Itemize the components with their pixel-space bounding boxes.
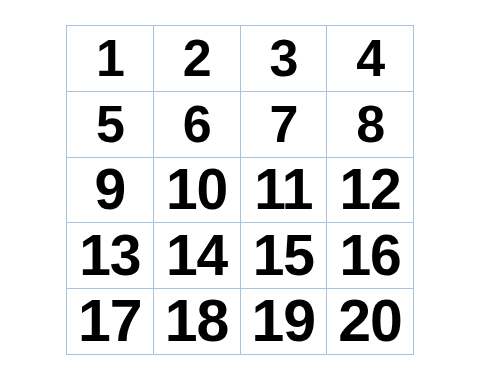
grid-cell-15: 15 <box>241 223 327 288</box>
grid-cell-17: 17 <box>67 289 153 354</box>
grid-cell-4: 4 <box>327 26 413 91</box>
grid-cell-5: 5 <box>67 92 153 157</box>
grid-cell-10: 10 <box>154 158 240 223</box>
grid-cell-2: 2 <box>154 26 240 91</box>
grid-cell-13: 13 <box>67 223 153 288</box>
grid-cell-1: 1 <box>67 26 153 91</box>
grid-cell-20: 20 <box>327 289 413 354</box>
grid-cell-9: 9 <box>67 158 153 223</box>
grid-cell-19: 19 <box>241 289 327 354</box>
grid-cell-6: 6 <box>154 92 240 157</box>
grid-cell-8: 8 <box>327 92 413 157</box>
grid-cell-7: 7 <box>241 92 327 157</box>
grid-cell-18: 18 <box>154 289 240 354</box>
grid-cell-3: 3 <box>241 26 327 91</box>
grid-cell-11: 11 <box>241 158 327 223</box>
grid-cell-16: 16 <box>327 223 413 288</box>
grid-cell-12: 12 <box>327 158 413 223</box>
number-grid: 1234567891011121314151617181920 <box>66 25 414 355</box>
grid-cell-14: 14 <box>154 223 240 288</box>
